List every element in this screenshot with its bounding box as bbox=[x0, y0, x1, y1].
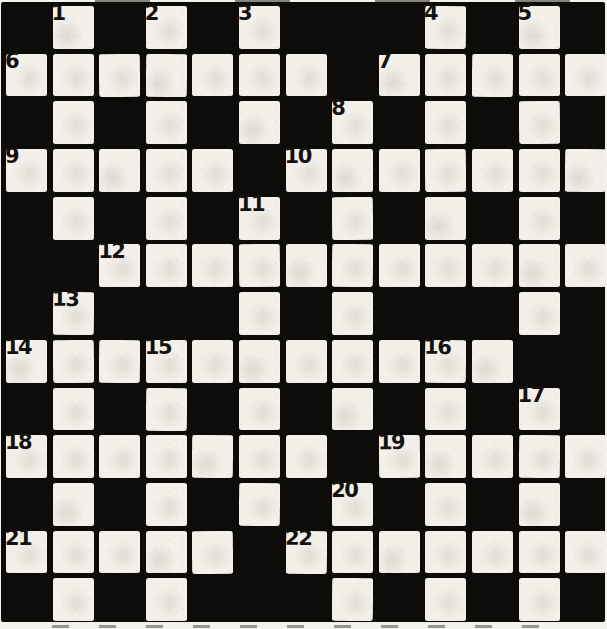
clue-number-14: 14 bbox=[5, 336, 31, 358]
clue-number-21: 21 bbox=[5, 527, 31, 549]
white-cell-r11c7[interactable] bbox=[332, 531, 373, 574]
clue-number-6: 6 bbox=[5, 50, 18, 72]
white-cell-r11c8[interactable] bbox=[379, 531, 420, 574]
black-square-r8c8 bbox=[379, 388, 420, 431]
black-square-r2c4 bbox=[192, 101, 233, 144]
black-square-r2c6 bbox=[286, 101, 327, 144]
black-square-r2c10 bbox=[472, 101, 513, 144]
black-square-r6c9 bbox=[425, 292, 466, 335]
white-cell-r2c3[interactable] bbox=[146, 101, 187, 144]
white-cell-r1c12[interactable] bbox=[565, 54, 606, 97]
white-cell-r3c11[interactable] bbox=[519, 149, 560, 192]
white-cell-r1c3[interactable] bbox=[146, 54, 187, 97]
white-cell-r3c1[interactable] bbox=[53, 149, 94, 192]
clue-number-13: 13 bbox=[52, 288, 78, 310]
black-square-r8c12 bbox=[565, 388, 606, 431]
white-cell-r5c10[interactable] bbox=[472, 244, 513, 287]
white-cell-r10c11[interactable] bbox=[519, 483, 560, 526]
white-cell-r1c2[interactable] bbox=[99, 54, 140, 97]
white-cell-r3c10[interactable] bbox=[472, 149, 513, 192]
white-cell-r12c3[interactable] bbox=[146, 578, 187, 621]
white-cell-r7c9[interactable]: 16 bbox=[425, 340, 466, 383]
white-cell-r9c3[interactable] bbox=[146, 435, 187, 478]
white-cell-r5c5[interactable] bbox=[239, 244, 280, 287]
white-cell-r9c9[interactable] bbox=[425, 435, 466, 478]
white-cell-r0c11[interactable]: 5 bbox=[519, 6, 560, 49]
white-cell-r5c7[interactable] bbox=[332, 244, 373, 287]
white-cell-r9c12[interactable] bbox=[565, 435, 606, 478]
white-cell-r0c5[interactable]: 3 bbox=[239, 6, 280, 49]
clue-number-1: 1 bbox=[52, 2, 65, 24]
white-cell-r4c3[interactable] bbox=[146, 197, 187, 240]
white-cell-r1c6[interactable] bbox=[286, 54, 327, 97]
white-cell-r10c7[interactable]: 20 bbox=[332, 483, 373, 526]
clue-number-3: 3 bbox=[238, 2, 251, 24]
clue-number-11: 11 bbox=[238, 193, 264, 215]
white-cell-r2c1[interactable] bbox=[53, 101, 94, 144]
white-cell-r1c9[interactable] bbox=[425, 54, 466, 97]
white-cell-r10c3[interactable] bbox=[146, 483, 187, 526]
white-cell-r9c1[interactable] bbox=[53, 435, 94, 478]
white-cell-r4c5[interactable]: 11 bbox=[239, 197, 280, 240]
clue-number-16: 16 bbox=[424, 336, 450, 358]
white-cell-r7c4[interactable] bbox=[192, 340, 233, 383]
white-cell-r8c9[interactable] bbox=[425, 388, 466, 431]
white-cell-r4c9[interactable] bbox=[425, 197, 466, 240]
black-square-r2c8 bbox=[379, 101, 420, 144]
white-cell-r8c5[interactable] bbox=[239, 388, 280, 431]
white-cell-r8c3[interactable] bbox=[146, 387, 187, 430]
black-square-r12c4 bbox=[192, 578, 233, 621]
white-cell-r3c4[interactable] bbox=[192, 149, 233, 192]
white-cell-r5c3[interactable] bbox=[146, 244, 187, 287]
black-square-r12c6 bbox=[286, 578, 327, 621]
white-cell-r1c4[interactable] bbox=[192, 54, 233, 97]
white-cell-r11c1[interactable] bbox=[53, 531, 94, 574]
black-square-r10c10 bbox=[472, 483, 513, 526]
clue-number-8: 8 bbox=[331, 97, 344, 119]
black-square-r0c2 bbox=[99, 6, 140, 49]
black-square-r6c4 bbox=[192, 292, 233, 335]
clue-number-18: 18 bbox=[5, 431, 31, 453]
white-cell-r4c1[interactable] bbox=[53, 197, 94, 240]
black-square-r4c4 bbox=[192, 197, 233, 240]
white-cell-r7c3[interactable]: 15 bbox=[146, 340, 187, 383]
black-square-r4c2 bbox=[99, 197, 140, 240]
black-square-r4c12 bbox=[565, 197, 606, 240]
white-cell-r6c11[interactable] bbox=[519, 292, 560, 335]
black-square-r8c0 bbox=[6, 388, 47, 431]
white-cell-r5c4[interactable] bbox=[192, 244, 233, 287]
white-cell-r11c4[interactable] bbox=[192, 530, 233, 573]
black-square-r6c10 bbox=[472, 292, 513, 335]
white-cell-r11c6[interactable]: 22 bbox=[285, 530, 326, 573]
white-cell-r9c10[interactable] bbox=[472, 435, 513, 478]
black-square-r4c0 bbox=[6, 197, 47, 240]
black-square-r8c2 bbox=[99, 388, 140, 431]
white-cell-r4c7[interactable] bbox=[332, 197, 373, 240]
black-square-r6c12 bbox=[565, 292, 606, 335]
white-cell-r2c9[interactable] bbox=[425, 101, 466, 144]
white-cell-r7c8[interactable] bbox=[379, 340, 420, 383]
white-cell-r9c5[interactable] bbox=[239, 435, 280, 478]
black-square-r0c7 bbox=[332, 6, 373, 49]
white-cell-r10c5[interactable] bbox=[239, 483, 280, 526]
black-square-r8c6 bbox=[286, 388, 327, 431]
crossword-board: 12345678910111213141516171819202122 bbox=[1, 2, 605, 622]
black-square-r0c8 bbox=[379, 6, 420, 49]
black-square-r10c4 bbox=[192, 483, 233, 526]
black-square-r4c10 bbox=[472, 197, 513, 240]
white-cell-r9c11[interactable] bbox=[518, 435, 559, 478]
white-cell-r9c6[interactable] bbox=[286, 435, 327, 478]
white-cell-r10c1[interactable] bbox=[53, 483, 94, 526]
white-cell-r5c11[interactable] bbox=[519, 244, 560, 287]
black-square-r6c8 bbox=[379, 292, 420, 335]
black-square-r10c12 bbox=[565, 483, 606, 526]
black-square-r2c12 bbox=[565, 101, 606, 144]
black-square-r8c10 bbox=[472, 388, 513, 431]
white-cell-r5c2[interactable]: 12 bbox=[99, 244, 140, 287]
white-cell-r3c8[interactable] bbox=[379, 149, 420, 192]
white-cell-r3c9[interactable] bbox=[425, 149, 466, 192]
white-cell-r12c9[interactable] bbox=[425, 578, 466, 621]
black-square-r9c7 bbox=[332, 435, 373, 478]
white-cell-r3c0[interactable]: 9 bbox=[6, 149, 47, 192]
black-square-r5c0 bbox=[6, 244, 47, 287]
white-cell-r11c11[interactable] bbox=[519, 531, 560, 574]
white-cell-r11c10[interactable] bbox=[472, 531, 513, 574]
black-square-r12c5 bbox=[239, 578, 280, 621]
black-square-r8c4 bbox=[192, 388, 233, 431]
black-square-r2c2 bbox=[99, 101, 140, 144]
white-cell-r12c1[interactable] bbox=[53, 578, 94, 621]
clue-number-22: 22 bbox=[285, 526, 311, 548]
clue-number-10: 10 bbox=[285, 145, 311, 167]
white-cell-r10c9[interactable] bbox=[425, 483, 466, 526]
clue-number-19: 19 bbox=[378, 431, 404, 453]
black-square-r1c7 bbox=[332, 54, 373, 97]
white-cell-r0c1[interactable]: 1 bbox=[53, 6, 94, 49]
black-square-r12c0 bbox=[6, 578, 47, 621]
black-square-r0c4 bbox=[192, 6, 233, 49]
black-square-r12c12 bbox=[565, 578, 606, 621]
clue-number-2: 2 bbox=[145, 2, 158, 24]
black-square-r0c6 bbox=[286, 6, 327, 49]
black-square-r10c2 bbox=[99, 483, 140, 526]
black-square-r11c5 bbox=[239, 531, 280, 574]
white-cell-r11c2[interactable] bbox=[99, 531, 140, 574]
white-cell-r5c12[interactable] bbox=[565, 244, 606, 287]
white-cell-r1c1[interactable] bbox=[53, 54, 94, 97]
black-square-r7c11 bbox=[519, 340, 560, 383]
clue-number-4: 4 bbox=[424, 2, 437, 24]
black-square-r0c10 bbox=[472, 6, 513, 49]
white-cell-r12c7[interactable] bbox=[332, 578, 373, 621]
black-square-r12c2 bbox=[99, 578, 140, 621]
white-cell-r11c12[interactable] bbox=[565, 531, 606, 574]
clue-number-7: 7 bbox=[378, 50, 391, 72]
black-square-r6c3 bbox=[146, 292, 187, 335]
white-cell-r9c2[interactable] bbox=[99, 435, 140, 478]
white-cell-r5c8[interactable] bbox=[379, 244, 420, 287]
white-cell-r0c9[interactable]: 4 bbox=[425, 6, 466, 49]
clue-number-17: 17 bbox=[518, 384, 544, 406]
white-cell-r7c7[interactable] bbox=[332, 340, 373, 383]
white-cell-r11c3[interactable] bbox=[146, 531, 187, 574]
white-cell-r7c10[interactable] bbox=[472, 340, 513, 383]
white-cell-r8c11[interactable]: 17 bbox=[519, 388, 560, 431]
black-square-r0c12 bbox=[565, 6, 606, 49]
clue-number-9: 9 bbox=[5, 145, 18, 167]
black-square-r10c6 bbox=[286, 483, 327, 526]
white-cell-r8c1[interactable] bbox=[53, 388, 94, 431]
white-cell-r12c11[interactable] bbox=[519, 578, 560, 621]
black-square-r4c6 bbox=[286, 197, 327, 240]
clue-number-20: 20 bbox=[331, 479, 357, 501]
white-cell-r4c11[interactable] bbox=[519, 197, 560, 240]
white-cell-r8c7[interactable] bbox=[332, 388, 373, 431]
white-cell-r5c6[interactable] bbox=[286, 244, 327, 287]
white-cell-r3c6[interactable]: 10 bbox=[286, 149, 327, 192]
white-cell-r3c7[interactable] bbox=[332, 149, 373, 192]
white-cell-r1c10[interactable] bbox=[472, 54, 513, 97]
white-cell-r3c3[interactable] bbox=[146, 149, 187, 192]
white-cell-r7c0[interactable]: 14 bbox=[6, 340, 47, 383]
black-square-r4c8 bbox=[379, 197, 420, 240]
white-cell-r7c2[interactable] bbox=[99, 340, 140, 383]
scan-artifact-bottom-edge bbox=[52, 625, 547, 628]
black-square-r10c8 bbox=[379, 483, 420, 526]
white-cell-r7c5[interactable] bbox=[239, 340, 280, 383]
white-cell-r2c5[interactable] bbox=[239, 101, 280, 144]
black-square-r7c12 bbox=[565, 340, 606, 383]
black-square-r12c10 bbox=[472, 578, 513, 621]
scan-artifact-top-edge bbox=[95, 0, 582, 2]
white-cell-r1c11[interactable] bbox=[519, 54, 560, 97]
black-square-r0c0 bbox=[6, 6, 47, 49]
white-cell-r1c8[interactable]: 7 bbox=[379, 54, 420, 97]
white-cell-r11c0[interactable]: 21 bbox=[6, 531, 47, 574]
black-square-r6c2 bbox=[99, 292, 140, 335]
black-square-r6c6 bbox=[286, 292, 327, 335]
white-cell-r6c5[interactable] bbox=[239, 292, 280, 335]
white-cell-r9c0[interactable]: 18 bbox=[6, 435, 47, 478]
white-cell-r3c12[interactable] bbox=[565, 149, 606, 192]
white-cell-r3c2[interactable] bbox=[99, 149, 140, 192]
black-square-r3c5 bbox=[239, 149, 280, 192]
clue-number-5: 5 bbox=[518, 2, 531, 24]
black-square-r10c0 bbox=[6, 483, 47, 526]
white-cell-r6c1[interactable]: 13 bbox=[52, 292, 93, 335]
white-cell-r7c1[interactable] bbox=[52, 340, 93, 383]
white-cell-r0c3[interactable]: 2 bbox=[146, 6, 187, 49]
clue-number-15: 15 bbox=[145, 336, 171, 358]
black-square-r6c0 bbox=[6, 292, 47, 335]
black-square-r2c0 bbox=[6, 101, 47, 144]
white-cell-r2c7[interactable]: 8 bbox=[332, 101, 373, 144]
white-cell-r11c9[interactable] bbox=[425, 531, 466, 574]
white-cell-r9c8[interactable]: 19 bbox=[379, 435, 420, 478]
scanned-page: 12345678910111213141516171819202122 bbox=[0, 0, 607, 629]
white-cell-r2c11[interactable] bbox=[518, 101, 559, 144]
white-cell-r5c9[interactable] bbox=[425, 244, 466, 287]
white-cell-r1c0[interactable]: 6 bbox=[6, 54, 47, 97]
black-square-r5c1 bbox=[53, 244, 94, 287]
white-cell-r9c4[interactable] bbox=[192, 435, 233, 478]
white-cell-r6c7[interactable] bbox=[332, 292, 373, 335]
black-square-r12c8 bbox=[379, 578, 420, 621]
crossword-grid: 12345678910111213141516171819202122 bbox=[6, 6, 606, 621]
clue-number-12: 12 bbox=[98, 240, 124, 262]
white-cell-r1c5[interactable] bbox=[239, 54, 280, 97]
white-cell-r7c6[interactable] bbox=[286, 340, 327, 383]
